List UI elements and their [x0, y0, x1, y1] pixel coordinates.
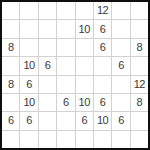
cell-r8c1[interactable]	[2, 131, 19, 148]
cell-r5c7[interactable]	[112, 76, 129, 93]
cell-r3c3[interactable]	[39, 39, 56, 56]
clue-number: 6	[100, 42, 106, 53]
clue-number: 6	[118, 115, 124, 126]
cell-r4c6[interactable]	[94, 57, 111, 74]
cell-r3c2[interactable]	[20, 39, 37, 56]
cell-r7c1: 6	[2, 112, 19, 129]
cell-r2c5: 10	[76, 20, 93, 37]
clue-number: 6	[8, 115, 14, 126]
cell-r3c5[interactable]	[76, 39, 93, 56]
cell-r5c3[interactable]	[39, 76, 56, 93]
cell-r6c8: 8	[131, 94, 148, 111]
cell-r5c6[interactable]	[94, 76, 111, 93]
cell-r1c1[interactable]	[2, 2, 19, 19]
cell-r1c5[interactable]	[76, 2, 93, 19]
clue-number: 10	[23, 97, 34, 108]
cell-r5c5[interactable]	[76, 76, 93, 93]
cell-r4c2: 10	[20, 57, 37, 74]
cell-r7c8[interactable]	[131, 112, 148, 129]
cell-r2c4[interactable]	[57, 20, 74, 37]
cell-r5c4[interactable]	[57, 76, 74, 93]
cell-r4c3: 6	[39, 57, 56, 74]
cell-r4c5[interactable]	[76, 57, 93, 74]
clue-number: 6	[26, 115, 32, 126]
cell-r7c2: 6	[20, 112, 37, 129]
cell-r3c4[interactable]	[57, 39, 74, 56]
cell-r2c2[interactable]	[20, 20, 37, 37]
cell-r8c6[interactable]	[94, 131, 111, 148]
cell-r7c4[interactable]	[57, 112, 74, 129]
cell-r4c8[interactable]	[131, 57, 148, 74]
cell-r8c8[interactable]	[131, 131, 148, 148]
cell-r3c7[interactable]	[112, 39, 129, 56]
cell-r6c3[interactable]	[39, 94, 56, 111]
cell-r1c7[interactable]	[112, 2, 129, 19]
clue-number: 8	[8, 79, 14, 90]
clue-number: 6	[45, 60, 51, 71]
cell-r4c7: 6	[112, 57, 129, 74]
cell-r3c1: 8	[2, 39, 19, 56]
clue-number: 12	[134, 79, 145, 90]
clue-number: 8	[8, 42, 14, 53]
cell-r7c7: 6	[112, 112, 129, 129]
puzzle-page: 12106868106686121061068666106	[0, 0, 150, 150]
cell-r8c2[interactable]	[20, 131, 37, 148]
cell-r2c1[interactable]	[2, 20, 19, 37]
cell-r5c1: 8	[2, 76, 19, 93]
cell-r2c3[interactable]	[39, 20, 56, 37]
clue-number: 10	[79, 24, 90, 35]
cell-r5c2: 6	[20, 76, 37, 93]
cell-r7c6: 10	[94, 112, 111, 129]
clue-number: 12	[97, 5, 108, 16]
cell-r8c3[interactable]	[39, 131, 56, 148]
cell-r2c7[interactable]	[112, 20, 129, 37]
clue-number: 6	[100, 97, 106, 108]
clue-number: 8	[137, 97, 143, 108]
clue-number: 10	[79, 97, 90, 108]
cell-r6c1[interactable]	[2, 94, 19, 111]
cell-r1c6: 12	[94, 2, 111, 19]
puzzle-board: 12106868106686121061068666106	[0, 0, 150, 150]
cell-r8c7[interactable]	[112, 131, 129, 148]
clue-number: 8	[137, 42, 143, 53]
clue-number: 10	[97, 115, 108, 126]
cell-r6c6: 6	[94, 94, 111, 111]
cell-r3c8: 8	[131, 39, 148, 56]
cell-r6c4: 6	[57, 94, 74, 111]
clue-number: 6	[81, 115, 87, 126]
cell-r4c4[interactable]	[57, 57, 74, 74]
cell-r4c1[interactable]	[2, 57, 19, 74]
cell-r8c4[interactable]	[57, 131, 74, 148]
cell-r1c2[interactable]	[20, 2, 37, 19]
cell-r6c7[interactable]	[112, 94, 129, 111]
cell-r2c8[interactable]	[131, 20, 148, 37]
cell-r6c5: 10	[76, 94, 93, 111]
clue-number: 6	[26, 79, 32, 90]
cell-r8c5[interactable]	[76, 131, 93, 148]
cell-r1c3[interactable]	[39, 2, 56, 19]
clue-number: 10	[23, 60, 34, 71]
cell-r6c2: 10	[20, 94, 37, 111]
clue-number: 6	[118, 60, 124, 71]
cell-r1c8[interactable]	[131, 2, 148, 19]
clue-number: 6	[63, 97, 69, 108]
clue-number: 6	[100, 24, 106, 35]
cell-r1c4[interactable]	[57, 2, 74, 19]
cell-r3c6: 6	[94, 39, 111, 56]
cell-r7c5: 6	[76, 112, 93, 129]
cell-r2c6: 6	[94, 20, 111, 37]
cell-r7c3[interactable]	[39, 112, 56, 129]
cell-r5c8: 12	[131, 76, 148, 93]
